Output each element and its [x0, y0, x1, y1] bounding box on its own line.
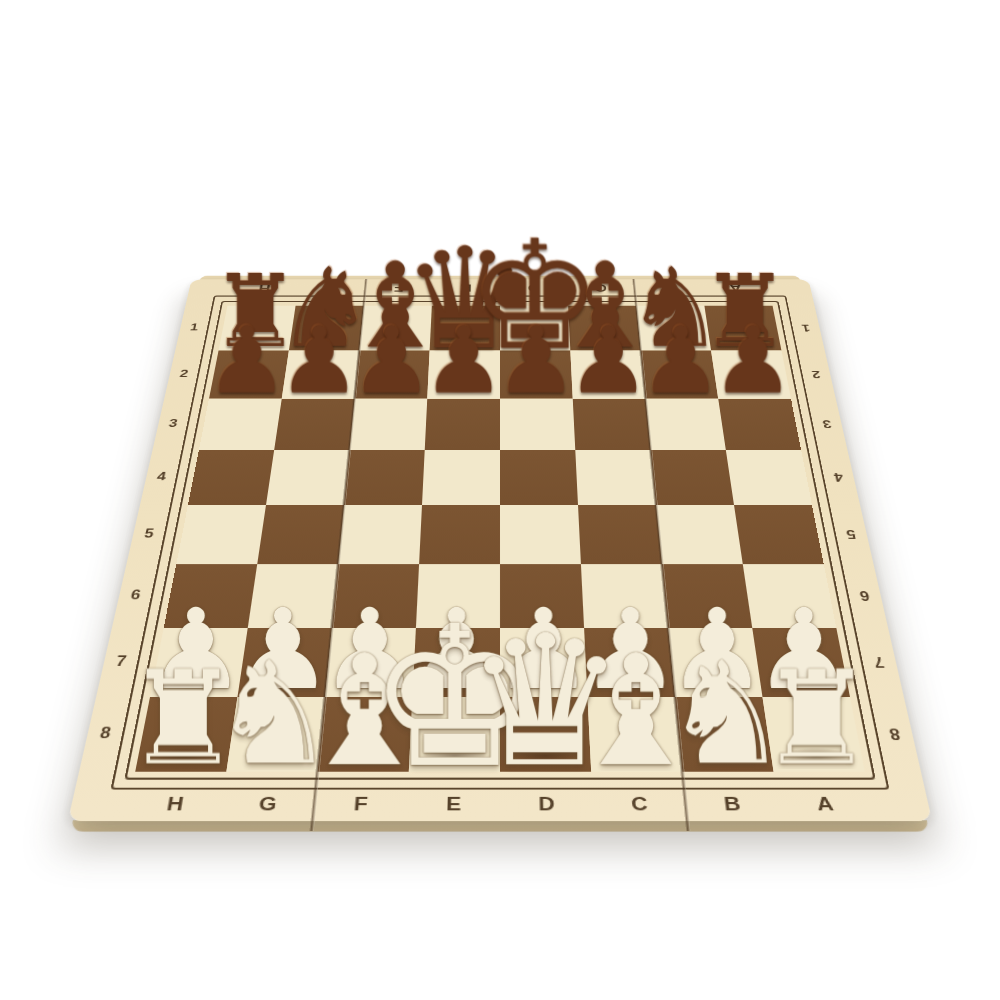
square-c3	[573, 399, 651, 450]
piece-shadow	[506, 382, 567, 395]
coordinate-label-8: 8	[871, 697, 918, 772]
square-h1: ♜	[219, 306, 296, 351]
coordinate-label-2: 2	[799, 350, 834, 398]
square-g7: ♟	[238, 628, 332, 697]
coordinate-label-a: A	[777, 791, 875, 818]
square-d5	[500, 505, 581, 564]
coordinate-label-7: 7	[98, 628, 143, 697]
piece-shadow	[645, 335, 706, 347]
square-h8: ♜	[135, 697, 237, 772]
square-g3	[274, 399, 354, 450]
square-f8: ♝	[318, 697, 413, 772]
coordinate-label-b: B	[684, 791, 780, 818]
coordinate-label-3: 3	[809, 398, 846, 449]
coordinate-label-3: 3	[154, 398, 191, 449]
piece-shadow	[435, 335, 494, 347]
coordinate-label-h: H	[229, 281, 299, 295]
product-photo-scene: ♜♞♝♛♚♝♞♜♟♟♟♟♟♟♟♟♟♟♟♟♟♟♟♟♜♞♝♚♛♝♞♜ HGFEDCB…	[0, 0, 1000, 1000]
square-a6	[743, 564, 837, 628]
square-c2: ♟	[570, 351, 645, 399]
file-labels-top: HGFEDCBA	[229, 281, 770, 295]
square-d7: ♟	[500, 628, 587, 697]
square-c5	[578, 505, 662, 564]
square-e2: ♟	[427, 351, 500, 399]
square-c8: ♝	[587, 697, 682, 772]
coordinate-label-6: 6	[114, 564, 157, 628]
piece-shadow	[577, 382, 639, 395]
square-c4	[575, 450, 656, 505]
coordinate-label-f: F	[313, 791, 408, 818]
square-h3	[199, 399, 282, 450]
square-h4	[188, 450, 274, 505]
piece-shadow	[332, 673, 407, 691]
piece-shadow	[234, 746, 313, 766]
square-g2: ♟	[282, 351, 359, 399]
square-e5	[419, 505, 500, 564]
square-a8: ♜	[762, 697, 864, 772]
coordinate-label-e: E	[406, 791, 500, 818]
piece-shadow	[288, 382, 351, 395]
square-d1: ♚	[500, 306, 570, 351]
coordinate-label-f: F	[365, 281, 433, 295]
piece-shadow	[360, 382, 422, 395]
coordinate-label-5: 5	[831, 505, 871, 564]
piece-shadow	[143, 746, 223, 766]
piece-shadow	[158, 673, 235, 691]
square-h5	[176, 505, 266, 564]
piece-shadow	[419, 673, 493, 691]
square-f2: ♟	[355, 351, 430, 399]
square-e8: ♚	[409, 697, 500, 772]
square-c7: ♟	[584, 628, 675, 697]
piece-shadow	[687, 746, 766, 766]
square-b8: ♞	[675, 697, 774, 772]
coordinate-label-2: 2	[166, 350, 201, 398]
square-e7: ♟	[413, 628, 500, 697]
piece-shadow	[325, 746, 403, 766]
piece-shadow	[245, 673, 321, 691]
square-g5	[257, 505, 344, 564]
square-f7: ♟	[325, 628, 416, 697]
coordinate-label-7: 7	[857, 628, 902, 697]
piece-shadow	[225, 335, 286, 347]
coordinate-label-g: G	[297, 281, 366, 295]
piece-shadow	[507, 746, 584, 766]
piece-shadow	[679, 673, 755, 691]
square-b2: ♟	[641, 351, 718, 399]
coordinate-label-c: C	[592, 791, 687, 818]
file-labels-bottom: HGFEDCBA	[126, 791, 874, 818]
board-grid: ♜♞♝♛♚♝♞♜♟♟♟♟♟♟♟♟♟♟♟♟♟♟♟♟♜♞♝♚♛♝♞♜	[135, 306, 865, 772]
coordinate-label-d: D	[500, 281, 568, 295]
board-far-edge	[200, 276, 800, 280]
coordinate-label-8: 8	[81, 697, 128, 772]
square-d2: ♟	[500, 351, 573, 399]
piece-shadow	[295, 335, 356, 347]
piece-shadow	[721, 382, 784, 395]
square-e4	[422, 450, 500, 505]
square-f3	[349, 399, 427, 450]
square-d3	[500, 399, 575, 450]
piece-shadow	[416, 746, 493, 766]
square-d8: ♛	[500, 697, 591, 772]
square-f4	[344, 450, 425, 505]
square-a5	[734, 505, 824, 564]
square-c1: ♝	[568, 306, 641, 351]
square-c6	[581, 564, 668, 628]
square-b7: ♟	[668, 628, 762, 697]
square-b3	[645, 399, 725, 450]
square-d4	[500, 450, 578, 505]
piece-shadow	[593, 673, 668, 691]
coordinate-label-a: A	[701, 281, 771, 295]
coordinate-label-5: 5	[128, 505, 168, 564]
piece-shadow	[507, 673, 581, 691]
square-e1: ♛	[430, 306, 500, 351]
square-b1: ♞	[636, 306, 711, 351]
piece-shadow	[714, 335, 775, 347]
square-b6	[662, 564, 752, 628]
coordinate-label-b: B	[634, 281, 703, 295]
square-e3	[425, 399, 500, 450]
square-g1: ♞	[289, 306, 364, 351]
square-b4	[651, 450, 734, 505]
piece-shadow	[649, 382, 712, 395]
chess-board: ♜♞♝♛♚♝♞♜♟♟♟♟♟♟♟♟♟♟♟♟♟♟♟♟♜♞♝♚♛♝♞♜ HGFEDCB…	[68, 279, 932, 821]
square-a2: ♟	[711, 351, 791, 399]
square-a7: ♟	[752, 628, 850, 697]
coordinate-label-4: 4	[142, 450, 181, 505]
piece-shadow	[777, 746, 857, 766]
square-a3	[718, 399, 801, 450]
piece-shadow	[766, 673, 843, 691]
coordinate-label-d: D	[500, 791, 594, 818]
square-h2: ♟	[209, 351, 289, 399]
stage: ♜♞♝♛♚♝♞♜♟♟♟♟♟♟♟♟♟♟♟♟♟♟♟♟♜♞♝♚♛♝♞♜ HGFEDCB…	[0, 0, 1000, 1000]
piece-shadow	[505, 335, 564, 347]
square-b5	[656, 505, 743, 564]
coordinate-label-g: G	[219, 791, 315, 818]
square-h7: ♟	[150, 628, 248, 697]
square-f1: ♝	[359, 306, 432, 351]
square-a4	[726, 450, 812, 505]
coordinate-label-4: 4	[820, 450, 859, 505]
square-a1: ♜	[704, 306, 781, 351]
square-h6	[164, 564, 258, 628]
square-f6	[332, 564, 419, 628]
coordinate-label-1: 1	[789, 305, 823, 350]
square-f5	[338, 505, 422, 564]
square-g8: ♞	[226, 697, 325, 772]
square-d6	[500, 564, 584, 628]
coordinate-label-c: C	[567, 281, 635, 295]
square-g4	[266, 450, 349, 505]
coordinate-label-h: H	[126, 791, 224, 818]
board-near-edge	[70, 820, 929, 832]
piece-shadow	[433, 382, 494, 395]
piece-shadow	[575, 335, 635, 347]
square-g6	[248, 564, 338, 628]
coordinate-label-1: 1	[177, 305, 211, 350]
square-e6	[416, 564, 500, 628]
coordinate-label-6: 6	[843, 564, 886, 628]
piece-shadow	[215, 382, 278, 395]
piece-shadow	[365, 335, 425, 347]
coordinate-label-e: E	[432, 281, 500, 295]
piece-shadow	[597, 746, 675, 766]
